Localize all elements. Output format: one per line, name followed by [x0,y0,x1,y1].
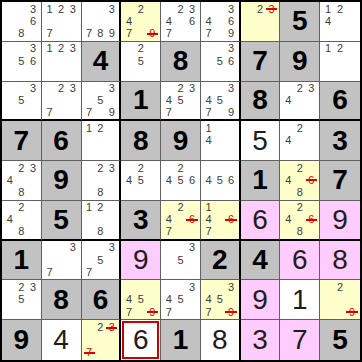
empty-mark-slot [135,306,147,318]
pencil-marks: 368 [4,3,39,40]
empty-mark-slot [214,226,225,238]
cell-r6c2[interactable]: 5 [42,201,82,241]
cell-r7c8[interactable]: 6 [280,241,320,281]
cell-r8c9[interactable]: 29 [320,280,360,320]
solved-digit: 8 [332,246,348,274]
pencil-marks: 23467 [163,3,198,40]
empty-mark-slot [175,266,187,278]
cell-r1c8[interactable]: 5 [280,2,320,42]
cell-r5c9[interactable]: 7 [320,161,360,201]
empty-mark-slot [95,346,106,359]
cell-r7c2[interactable]: 37 [42,241,82,281]
empty-mark-slot [175,226,187,238]
empty-mark-slot [175,214,187,226]
cell-r3c1[interactable]: 35 [2,82,42,122]
pencil-marks: 2348 [4,162,39,199]
candidate-9-eliminated: 9 [147,28,159,40]
empty-mark-slot [147,15,159,27]
empty-mark-slot [294,174,306,186]
empty-mark-slot [214,162,225,174]
cell-r5c7[interactable]: 1 [241,161,281,201]
candidate-4: 4 [163,94,175,106]
empty-mark-slot [67,15,79,27]
empty-mark-slot [84,242,95,254]
given-digit: 1 [173,326,189,354]
cell-r3c4[interactable]: 1 [121,82,161,122]
empty-mark-slot [186,306,198,318]
cell-r2c5[interactable]: 8 [161,42,201,82]
cell-r5c5[interactable]: 2456 [161,161,201,201]
empty-mark-slot [16,174,28,186]
cell-r4c1[interactable]: 7 [2,121,42,161]
cell-r6c3[interactable]: 128 [82,201,122,241]
cell-r3c2[interactable]: 237 [42,82,82,122]
cell-r4c7[interactable]: 5 [241,121,281,161]
cell-r2c9[interactable]: 12 [320,42,360,82]
candidate-6-eliminated: 6 [306,214,318,226]
candidate-2: 2 [334,43,346,55]
empty-mark-slot [55,28,67,40]
empty-mark-slot [322,67,334,79]
pencil-marks: 25 [123,43,158,80]
empty-mark-slot [106,94,117,106]
empty-mark-slot [55,94,67,106]
empty-mark-slot [346,294,358,306]
empty-mark-slot [4,202,16,214]
solved-digit: 8 [212,326,228,354]
cell-r2c6[interactable]: 356 [201,42,241,82]
cell-r1c5[interactable]: 23467 [161,2,201,42]
empty-mark-slot [67,67,79,79]
cell-r8c3[interactable]: 6 [82,280,122,320]
empty-mark-slot [175,306,187,318]
empty-mark-slot [214,135,225,147]
pencil-marks: 237 [84,321,118,359]
empty-mark-slot [322,55,334,67]
cell-r6c8[interactable]: 2468 [280,201,320,241]
candidate-8: 8 [95,226,106,238]
candidate-3: 3 [186,3,198,15]
candidate-3: 3 [225,83,236,95]
candidate-8: 8 [95,28,106,40]
given-digit: 1 [252,166,268,194]
cell-r2c4[interactable]: 25 [121,42,161,82]
candidate-8: 8 [294,187,306,199]
candidate-2: 2 [175,202,187,214]
cell-r7c9[interactable]: 8 [320,241,360,281]
empty-mark-slot [243,28,255,40]
empty-mark-slot [55,55,67,67]
candidate-2: 2 [294,122,306,134]
empty-mark-slot [243,15,255,27]
cell-r9c4[interactable]: 6 [121,320,161,360]
cell-r7c5[interactable]: 35 [161,241,201,281]
empty-mark-slot [123,67,135,79]
empty-mark-slot [16,3,28,15]
candidate-2: 2 [175,3,187,15]
cell-r8c2[interactable]: 8 [42,280,82,320]
candidate-2: 2 [175,83,187,95]
given-digit: 5 [292,7,308,35]
empty-mark-slot [4,67,16,79]
empty-mark-slot [186,254,198,266]
cell-r3c5[interactable]: 23457 [161,82,201,122]
candidate-8: 8 [294,226,306,238]
cell-r8c8[interactable]: 1 [280,280,320,320]
given-digit: 4 [252,246,268,274]
empty-mark-slot [27,94,39,106]
candidate-3: 3 [67,83,79,95]
empty-mark-slot [306,187,318,199]
cell-r1c2[interactable]: 1237 [42,2,82,42]
cell-r1c4[interactable]: 2479 [121,2,161,42]
pencil-marks: 1237 [44,3,79,40]
pencil-marks: 245 [123,162,158,199]
empty-mark-slot [55,15,67,27]
candidate-7: 7 [163,106,175,118]
candidate-9: 9 [225,106,236,118]
cell-r2c8[interactable]: 9 [280,42,320,82]
candidate-3: 3 [106,3,117,15]
candidate-3: 3 [186,281,198,293]
empty-mark-slot [214,281,225,293]
empty-mark-slot [84,214,95,226]
cell-r4c4[interactable]: 8 [121,121,161,161]
candidate-1: 1 [84,122,95,134]
cell-r7c7[interactable]: 4 [241,241,281,281]
candidate-1: 1 [44,43,56,55]
empty-mark-slot [95,15,106,27]
empty-mark-slot [225,122,236,134]
candidate-5: 5 [135,55,147,67]
candidate-6: 6 [186,174,198,186]
empty-mark-slot [106,266,117,278]
empty-mark-slot [203,147,214,159]
empty-mark-slot [95,83,106,95]
candidate-7: 7 [203,106,214,118]
empty-mark-slot [4,83,16,95]
empty-mark-slot [346,67,358,79]
candidate-5: 5 [175,254,187,266]
pencil-marks: 14 [203,122,237,159]
cell-r1c9[interactable]: 124 [320,2,360,42]
cell-r4c8[interactable]: 24 [280,121,320,161]
empty-mark-slot [294,94,306,106]
given-digit: 6 [93,286,109,314]
empty-mark-slot [147,187,159,199]
cell-r9c9[interactable]: 5 [320,320,360,360]
empty-mark-slot [135,281,147,293]
empty-mark-slot [84,187,95,199]
empty-mark-slot [135,28,147,40]
candidate-5: 5 [175,94,187,106]
cell-r9c8[interactable]: 7 [280,320,320,360]
cell-r3c6[interactable]: 34579 [201,82,241,122]
empty-mark-slot [203,281,214,293]
empty-mark-slot [175,106,187,118]
solved-digit: 6 [292,246,308,274]
empty-mark-slot [254,15,266,27]
candidate-1: 1 [44,3,56,15]
empty-mark-slot [243,3,255,15]
pencil-marks: 3579 [84,83,118,119]
cell-r9c7[interactable]: 3 [241,320,281,360]
empty-mark-slot [175,15,187,27]
cell-r5c8[interactable]: 2468 [280,161,320,201]
candidate-6: 6 [225,55,236,67]
empty-mark-slot [147,67,159,79]
empty-mark-slot [123,55,135,67]
candidate-3: 3 [306,83,318,95]
pencil-marks: 2468 [282,202,317,238]
empty-mark-slot [106,254,117,266]
given-digit: 9 [173,127,189,155]
cell-r5c2[interactable]: 9 [42,161,82,201]
cell-r7c6[interactable]: 2 [201,241,241,281]
empty-mark-slot [27,214,39,226]
candidate-5: 5 [135,294,147,306]
cell-r4c6[interactable]: 14 [201,121,241,161]
cell-r2c1[interactable]: 356 [2,42,42,82]
candidate-3: 3 [27,43,39,55]
cell-r8c6[interactable]: 34579 [201,280,241,320]
cell-r4c2[interactable]: 6 [42,121,82,161]
given-digit: 3 [332,127,348,155]
empty-mark-slot [282,83,294,95]
given-digit: 8 [252,86,268,114]
candidate-6-eliminated: 6 [306,174,318,186]
empty-mark-slot [4,28,16,40]
candidate-3: 3 [225,3,236,15]
cell-r2c2[interactable]: 123 [42,42,82,82]
empty-mark-slot [186,28,198,40]
cell-r5c6[interactable]: 456 [201,161,241,201]
empty-mark-slot [163,254,175,266]
candidate-2: 2 [254,3,266,15]
cell-r1c3[interactable]: 3789 [82,2,122,42]
cell-r9c2[interactable]: 4 [42,320,82,360]
cell-r1c6[interactable]: 34679 [201,2,241,42]
empty-mark-slot [4,281,16,293]
candidate-2: 2 [95,202,106,214]
sudoku-board: 3681237378924792346734679235124356123425… [0,0,362,362]
pencil-marks: 123 [44,43,79,80]
empty-mark-slot [95,3,106,15]
empty-mark-slot [27,187,39,199]
given-digit: 6 [332,86,348,114]
cell-r2c3[interactable]: 4 [82,42,122,82]
cell-r5c4[interactable]: 245 [121,161,161,201]
empty-mark-slot [84,94,95,106]
empty-mark-slot [322,28,334,40]
empty-mark-slot [163,162,175,174]
cell-r9c3[interactable]: 237 [82,320,122,360]
empty-mark-slot [147,55,159,67]
cell-r3c7[interactable]: 8 [241,82,281,122]
given-digit: 6 [53,127,69,155]
cell-r3c3[interactable]: 3579 [82,82,122,122]
candidate-2: 2 [294,202,306,214]
empty-mark-slot [67,94,79,106]
empty-mark-slot [266,28,278,40]
empty-mark-slot [282,147,294,159]
candidate-1: 1 [84,202,95,214]
empty-mark-slot [186,106,198,118]
candidate-5: 5 [16,294,28,306]
empty-mark-slot [175,242,187,254]
empty-mark-slot [44,15,56,27]
empty-mark-slot [95,334,106,347]
empty-mark-slot [225,135,236,147]
candidate-6: 6 [27,15,39,27]
given-digit: 3 [133,206,149,234]
given-digit: 9 [292,47,308,75]
empty-mark-slot [214,15,225,27]
candidate-9-eliminated: 9 [346,306,358,318]
candidate-4: 4 [4,174,16,186]
pencil-marks: 2468 [282,162,317,199]
empty-mark-slot [135,67,147,79]
cell-r9c6[interactable]: 8 [201,320,241,360]
cell-r8c5[interactable]: 3457 [161,280,201,320]
empty-mark-slot [4,106,16,118]
cell-r4c5[interactable]: 9 [161,121,201,161]
empty-mark-slot [123,43,135,55]
empty-mark-slot [123,162,135,174]
empty-mark-slot [306,202,318,214]
candidate-7: 7 [163,28,175,40]
candidate-4: 4 [123,174,135,186]
candidate-1: 1 [203,202,214,214]
empty-mark-slot [334,28,346,40]
cell-r3c9[interactable]: 6 [320,82,360,122]
candidate-4: 4 [282,174,294,186]
empty-mark-slot [306,106,318,118]
candidate-8: 8 [95,187,106,199]
cell-r5c1[interactable]: 2348 [2,161,42,201]
given-digit: 4 [93,47,109,75]
candidate-4: 4 [203,214,214,226]
empty-mark-slot [163,83,175,95]
candidate-4: 4 [163,174,175,186]
pencil-marks: 128 [84,202,118,238]
empty-mark-slot [55,67,67,79]
given-digit: 5 [53,206,69,234]
empty-mark-slot [4,3,16,15]
cell-r7c4[interactable]: 9 [121,241,161,281]
given-digit: 7 [332,166,348,194]
empty-mark-slot [67,106,79,118]
empty-mark-slot [106,226,117,238]
empty-mark-slot [84,162,95,174]
candidate-2: 2 [135,43,147,55]
candidate-7: 7 [44,28,56,40]
candidate-5: 5 [214,174,225,186]
candidate-3: 3 [27,3,39,15]
cell-r7c1[interactable]: 1 [2,241,42,281]
pencil-marks: 2479 [123,3,158,40]
cell-r9c1[interactable]: 9 [2,320,42,360]
candidate-7-eliminated: 7 [84,346,95,359]
cell-r8c7[interactable]: 9 [241,280,281,320]
empty-mark-slot [106,202,117,214]
candidate-9: 9 [106,28,117,40]
empty-mark-slot [186,226,198,238]
candidate-5: 5 [16,55,28,67]
cell-r4c9[interactable]: 3 [320,121,360,161]
empty-mark-slot [346,43,358,55]
candidate-3: 3 [106,83,117,95]
pencil-marks: 2456 [163,162,198,199]
candidate-2: 2 [294,162,306,174]
pencil-marks: 2467 [163,202,198,238]
empty-mark-slot [266,15,278,27]
cell-r7c3[interactable]: 357 [82,241,122,281]
candidate-2: 2 [135,3,147,15]
empty-mark-slot [4,94,16,106]
empty-mark-slot [254,28,266,40]
cell-r6c5[interactable]: 2467 [161,201,201,241]
candidate-2: 2 [55,3,67,15]
empty-mark-slot [214,28,225,40]
candidate-5: 5 [16,94,28,106]
cell-r6c7[interactable]: 6 [241,201,281,241]
empty-mark-slot [4,226,16,238]
empty-mark-slot [123,3,135,15]
cell-r4c3[interactable]: 12 [82,121,122,161]
cell-r6c4[interactable]: 3 [121,201,161,241]
cell-r6c9[interactable]: 9 [320,201,360,241]
candidate-6: 6 [27,55,39,67]
candidate-7: 7 [163,306,175,318]
empty-mark-slot [214,106,225,118]
empty-mark-slot [4,306,16,318]
pencil-marks: 234 [282,83,317,119]
cell-r9c5[interactable]: 1 [161,320,201,360]
empty-mark-slot [4,15,16,27]
cell-r8c4[interactable]: 4579 [121,280,161,320]
empty-mark-slot [214,306,225,318]
given-digit: 7 [252,47,268,75]
cell-r1c7[interactable]: 23 [241,2,281,42]
pencil-marks: 356 [4,43,39,80]
solved-digit: 6 [133,326,149,354]
cell-r3c8[interactable]: 234 [280,82,320,122]
cell-r1c1[interactable]: 368 [2,2,42,42]
candidate-4: 4 [282,94,294,106]
empty-mark-slot [147,43,159,55]
solved-digit: 9 [332,206,348,234]
cell-r2c7[interactable]: 7 [241,42,281,82]
pencil-marks: 23 [243,3,278,40]
empty-mark-slot [147,281,159,293]
empty-mark-slot [334,55,346,67]
empty-mark-slot [106,15,117,27]
cell-r6c1[interactable]: 248 [2,201,42,241]
cell-r6c6[interactable]: 1467 [201,201,241,241]
candidate-4: 4 [163,214,175,226]
empty-mark-slot [106,334,117,347]
empty-mark-slot [147,174,159,186]
pencil-marks: 124 [322,3,358,40]
candidate-3: 3 [186,83,198,95]
candidate-2: 2 [55,43,67,55]
empty-mark-slot [322,294,334,306]
cell-r8c1[interactable]: 235 [2,280,42,320]
empty-mark-slot [346,15,358,27]
candidate-3: 3 [186,242,198,254]
cell-r5c3[interactable]: 238 [82,161,122,201]
